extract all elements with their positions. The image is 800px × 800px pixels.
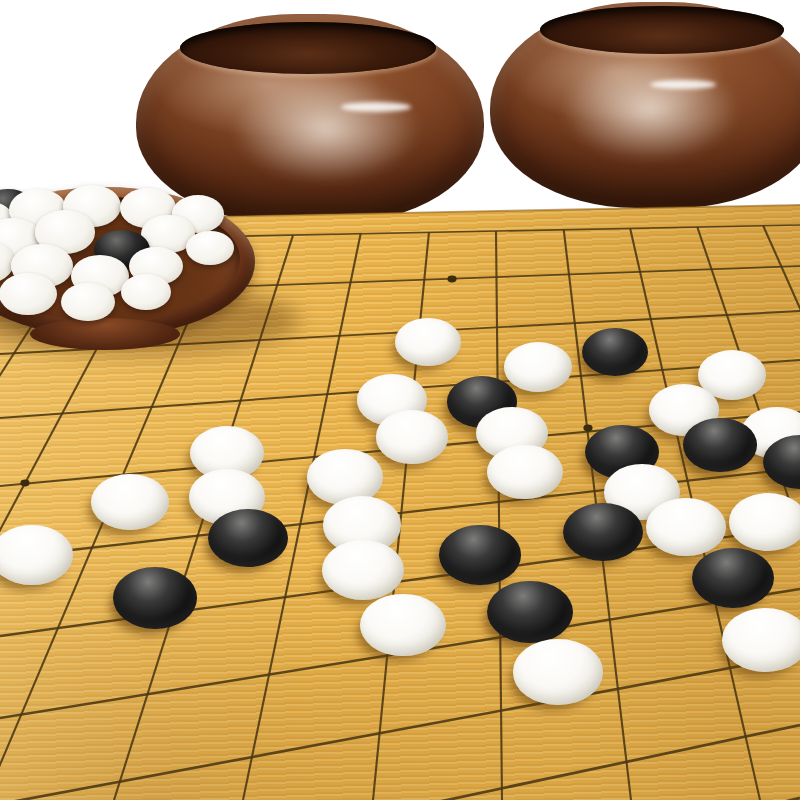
go-stone-white <box>91 474 168 530</box>
go-stone-black <box>563 503 642 561</box>
go-stone-black <box>439 525 520 584</box>
go-set-photo <box>0 0 800 800</box>
dish-stone-white <box>186 231 234 266</box>
go-stone-black <box>487 581 572 643</box>
dish-stone-white <box>0 273 57 315</box>
go-stone-black <box>208 509 288 567</box>
dish-stone-white <box>61 283 115 322</box>
go-stone-white <box>0 525 73 584</box>
go-stone-white <box>360 594 446 657</box>
grid-line-vertical <box>496 231 502 800</box>
go-stone-black <box>113 567 197 628</box>
go-stone-white <box>395 318 461 366</box>
dish-stone-white <box>121 274 171 310</box>
star-point <box>447 276 456 283</box>
grid-line-horizontal <box>0 725 800 800</box>
go-stone-white <box>504 342 572 392</box>
go-stone-white <box>322 540 404 600</box>
stone-dish-foot <box>30 318 180 350</box>
go-stone-white <box>722 608 800 672</box>
go-stone-white <box>376 410 449 463</box>
star-point <box>20 480 29 487</box>
go-stone-black <box>692 548 775 608</box>
go-stone-white <box>487 445 562 500</box>
go-stone-white <box>729 493 800 550</box>
star-point <box>583 425 592 432</box>
go-stone-white <box>513 639 602 704</box>
go-stone-white <box>646 498 725 556</box>
go-stone-black <box>683 418 756 472</box>
